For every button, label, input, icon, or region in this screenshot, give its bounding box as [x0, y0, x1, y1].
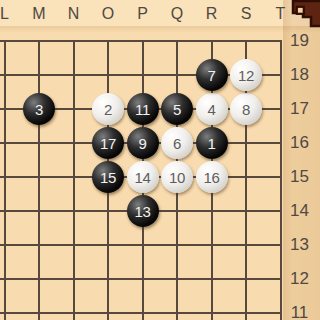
move-number: 2 [104, 101, 112, 118]
row-label-13: 13 [286, 234, 313, 256]
stone-black-3: 3 [23, 93, 55, 125]
column-label-Q: Q [166, 4, 188, 24]
stone-white-14: 14 [127, 161, 159, 193]
row-label-17: 17 [286, 98, 313, 120]
grid-line-vertical [280, 40, 282, 320]
column-label-P: P [132, 4, 154, 24]
stone-white-4: 4 [196, 93, 228, 125]
stone-black-7: 7 [196, 59, 228, 91]
column-label-N: N [63, 4, 85, 24]
move-number: 12 [238, 67, 254, 84]
stone-black-17: 17 [92, 127, 124, 159]
grid-line-horizontal [0, 278, 282, 280]
grid-line-horizontal [0, 244, 282, 246]
row-label-14: 14 [286, 200, 313, 222]
move-number: 6 [173, 135, 181, 152]
move-number: 14 [134, 169, 150, 186]
stone-white-2: 2 [92, 93, 124, 125]
move-number: 9 [138, 135, 146, 152]
move-number: 7 [207, 67, 215, 84]
stone-black-5: 5 [161, 93, 193, 125]
move-number: 15 [100, 169, 116, 186]
move-number: 10 [169, 169, 185, 186]
column-label-S: S [235, 4, 257, 24]
go-app-screen: LMNOPQRST 191817161514131211 12345678910… [0, 0, 320, 320]
column-label-M: M [28, 4, 50, 24]
move-number: 4 [207, 101, 215, 118]
move-number: 11 [135, 101, 150, 118]
column-label-O: O [97, 4, 119, 24]
stone-black-15: 15 [92, 161, 124, 193]
grid-line-horizontal [0, 312, 282, 314]
move-number: 16 [203, 169, 219, 186]
row-label-11: 11 [286, 302, 313, 320]
stone-white-10: 10 [161, 161, 193, 193]
stone-white-12: 12 [230, 59, 262, 91]
row-label-16: 16 [286, 132, 313, 154]
stone-white-8: 8 [230, 93, 262, 125]
stone-white-16: 16 [196, 161, 228, 193]
stone-black-1: 1 [196, 127, 228, 159]
stone-black-9: 9 [127, 127, 159, 159]
stepped-logo-fragment-icon[interactable] [278, 0, 320, 30]
move-number: 5 [173, 101, 181, 118]
top-margin-shadow [0, 26, 320, 33]
move-number: 3 [35, 101, 43, 118]
column-label-R: R [201, 4, 223, 24]
row-label-18: 18 [286, 64, 313, 86]
stone-white-6: 6 [161, 127, 193, 159]
move-number: 13 [134, 203, 150, 220]
row-label-19: 19 [286, 30, 313, 52]
stone-black-13: 13 [127, 195, 159, 227]
move-number: 17 [100, 135, 116, 152]
move-number: 8 [242, 101, 250, 118]
row-label-15: 15 [286, 166, 313, 188]
row-label-12: 12 [286, 268, 313, 290]
column-label-L: L [0, 4, 16, 24]
stone-black-11: 11 [127, 93, 159, 125]
move-number: 1 [207, 135, 215, 152]
